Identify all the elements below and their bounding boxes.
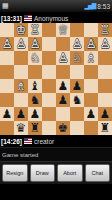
square[interactable] bbox=[70, 121, 84, 135]
square[interactable]: ♟ bbox=[56, 93, 70, 107]
square[interactable] bbox=[42, 51, 56, 65]
chess-piece[interactable]: ♙ bbox=[16, 37, 27, 51]
square[interactable]: ♚ bbox=[56, 121, 70, 135]
square[interactable] bbox=[42, 79, 56, 93]
square[interactable]: ♟ bbox=[98, 107, 112, 121]
square[interactable] bbox=[56, 65, 70, 79]
square[interactable]: ♟ bbox=[56, 79, 70, 93]
square[interactable] bbox=[42, 37, 56, 51]
square[interactable] bbox=[0, 121, 14, 135]
square[interactable] bbox=[42, 65, 56, 79]
chess-piece[interactable]: ♟ bbox=[58, 79, 69, 93]
square[interactable]: ♖ bbox=[28, 23, 42, 37]
square[interactable]: ♙ bbox=[84, 37, 98, 51]
game-status-message: Game started bbox=[2, 152, 38, 158]
draw-button[interactable]: Draw bbox=[30, 164, 56, 182]
chess-piece[interactable]: ♞ bbox=[72, 93, 83, 107]
square[interactable]: ♟ bbox=[70, 79, 84, 93]
square[interactable]: ♖ bbox=[98, 23, 112, 37]
square[interactable]: ♞ bbox=[28, 93, 42, 107]
player-row: [14:26] creator bbox=[0, 135, 112, 147]
resign-button[interactable]: Resign bbox=[2, 164, 28, 182]
square[interactable]: ♔ bbox=[14, 23, 28, 37]
square[interactable]: ♛ bbox=[14, 121, 28, 135]
square[interactable]: ♟ bbox=[28, 107, 42, 121]
app-window: ▦ ▂▅▇ 8:53 [13:31] Anonymous ♔♖♕♖♙♙♙♙♙♙♘… bbox=[0, 0, 112, 200]
chess-piece[interactable]: ♞ bbox=[30, 93, 41, 107]
chess-piece[interactable]: ♝ bbox=[30, 79, 41, 93]
square[interactable]: ♜ bbox=[98, 121, 112, 135]
us-flag-icon bbox=[24, 138, 32, 144]
chess-piece[interactable]: ♙ bbox=[86, 37, 97, 51]
square[interactable] bbox=[70, 65, 84, 79]
square[interactable]: ♘ bbox=[28, 51, 42, 65]
square[interactable] bbox=[98, 65, 112, 79]
square[interactable] bbox=[70, 107, 84, 121]
chess-piece[interactable]: ♙ bbox=[2, 37, 13, 51]
chess-board[interactable]: ♔♖♕♖♙♙♙♙♙♙♘♙♘♗♗♝♟♟♞♟♞♟♟♟♟♟♛♜♚♜ bbox=[0, 23, 112, 135]
square[interactable] bbox=[14, 51, 28, 65]
chess-piece[interactable]: ♟ bbox=[16, 107, 27, 121]
square[interactable]: ♙ bbox=[56, 51, 70, 65]
square[interactable]: ♗ bbox=[14, 79, 28, 93]
square[interactable] bbox=[84, 65, 98, 79]
action-button-bar: Resign Draw Abort Chat bbox=[0, 162, 112, 184]
square[interactable] bbox=[14, 65, 28, 79]
square[interactable] bbox=[0, 23, 14, 37]
chess-piece[interactable]: ♗ bbox=[16, 79, 27, 93]
square[interactable]: ♟ bbox=[14, 107, 28, 121]
chess-piece[interactable]: ♟ bbox=[58, 93, 69, 107]
chess-piece[interactable]: ♛ bbox=[16, 121, 27, 135]
square[interactable] bbox=[98, 51, 112, 65]
square[interactable] bbox=[84, 79, 98, 93]
chess-piece[interactable]: ♟ bbox=[86, 107, 97, 121]
us-flag-icon bbox=[24, 15, 32, 21]
square[interactable] bbox=[56, 107, 70, 121]
chess-piece[interactable]: ♘ bbox=[30, 51, 41, 65]
chess-piece[interactable]: ♙ bbox=[100, 37, 111, 51]
signal-icon: ▂▅▇ bbox=[85, 2, 96, 10]
chess-piece[interactable]: ♙ bbox=[72, 37, 83, 51]
square[interactable]: ♜ bbox=[28, 121, 42, 135]
square[interactable] bbox=[84, 121, 98, 135]
player-clock: [14:26] bbox=[1, 138, 22, 145]
square[interactable] bbox=[42, 23, 56, 37]
chess-piece[interactable]: ♗ bbox=[86, 51, 97, 65]
abort-button[interactable]: Abort bbox=[57, 164, 83, 182]
chess-piece[interactable]: ♜ bbox=[100, 121, 111, 135]
square[interactable] bbox=[84, 23, 98, 37]
square[interactable] bbox=[42, 93, 56, 107]
square[interactable]: ♟ bbox=[84, 107, 98, 121]
square[interactable]: ♘ bbox=[70, 51, 84, 65]
square[interactable]: ♗ bbox=[84, 51, 98, 65]
square[interactable] bbox=[98, 79, 112, 93]
square[interactable] bbox=[98, 93, 112, 107]
chess-piece[interactable]: ♟ bbox=[30, 107, 41, 121]
square[interactable]: ♙ bbox=[28, 37, 42, 51]
chat-button[interactable]: Chat bbox=[85, 164, 111, 182]
chess-piece[interactable]: ♘ bbox=[72, 51, 83, 65]
chess-piece[interactable]: ♔ bbox=[16, 23, 27, 37]
square[interactable]: ♙ bbox=[0, 37, 14, 51]
notification-icon: ▦ bbox=[2, 2, 9, 10]
player-name: creator bbox=[34, 138, 54, 145]
status-bar: ▦ ▂▅▇ 8:53 bbox=[0, 0, 112, 13]
opponent-clock: [13:31] bbox=[1, 15, 22, 22]
chess-piece[interactable]: ♟ bbox=[2, 107, 13, 121]
chess-piece[interactable]: ♟ bbox=[72, 79, 83, 93]
chess-piece[interactable]: ♜ bbox=[30, 121, 41, 135]
square[interactable]: ♙ bbox=[98, 37, 112, 51]
chess-piece[interactable]: ♖ bbox=[100, 23, 111, 37]
square[interactable] bbox=[84, 93, 98, 107]
square[interactable] bbox=[42, 107, 56, 121]
square[interactable]: ♙ bbox=[14, 37, 28, 51]
chess-piece[interactable]: ♚ bbox=[58, 121, 69, 135]
bottom-filler bbox=[0, 184, 112, 200]
square[interactable] bbox=[0, 51, 14, 65]
opponent-name: Anonymous bbox=[34, 15, 68, 22]
chess-piece[interactable]: ♕ bbox=[58, 23, 69, 37]
opponent-row: [13:31] Anonymous bbox=[0, 13, 112, 23]
chess-piece[interactable]: ♟ bbox=[100, 107, 111, 121]
square[interactable] bbox=[28, 65, 42, 79]
square[interactable]: ♕ bbox=[56, 23, 70, 37]
square[interactable] bbox=[14, 93, 28, 107]
square[interactable] bbox=[0, 79, 14, 93]
square[interactable]: ♙ bbox=[70, 37, 84, 51]
square[interactable] bbox=[42, 121, 56, 135]
square[interactable] bbox=[56, 37, 70, 51]
square[interactable]: ♞ bbox=[70, 93, 84, 107]
square[interactable]: ♝ bbox=[28, 79, 42, 93]
game-console: Game started bbox=[0, 147, 112, 162]
chess-piece[interactable]: ♖ bbox=[30, 23, 41, 37]
chess-piece[interactable]: ♙ bbox=[58, 51, 69, 65]
chess-piece[interactable]: ♙ bbox=[30, 37, 41, 51]
square[interactable] bbox=[0, 93, 14, 107]
status-bar-clock: 8:53 bbox=[97, 3, 110, 10]
square[interactable]: ♟ bbox=[0, 107, 14, 121]
square[interactable] bbox=[70, 23, 84, 37]
square[interactable] bbox=[0, 65, 14, 79]
